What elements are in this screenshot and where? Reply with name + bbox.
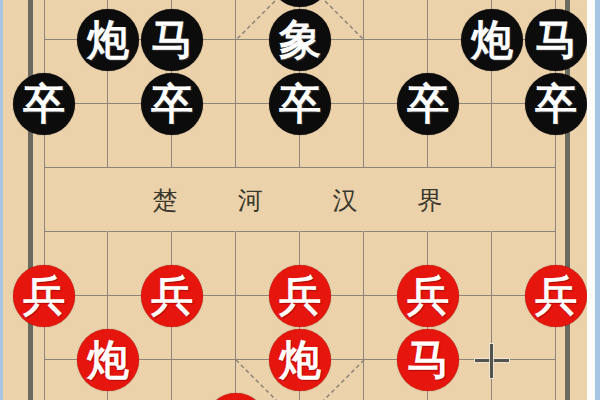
piece-炮-e8[interactable]: 炮 bbox=[269, 329, 331, 391]
piece-炮-b8[interactable]: 炮 bbox=[77, 329, 139, 391]
window-edge-right-blue bbox=[595, 0, 600, 400]
window-edge-right-white bbox=[587, 0, 595, 400]
piece-卒-e4[interactable]: 卒 bbox=[269, 73, 331, 135]
crosshair-cursor bbox=[474, 343, 510, 379]
crosshair-vertical bbox=[490, 344, 493, 378]
piece-象-e3[interactable]: 象 bbox=[269, 9, 331, 71]
window-edge-left bbox=[0, 0, 3, 400]
piece-卒-i4[interactable]: 卒 bbox=[525, 73, 587, 135]
piece-兵-g7[interactable]: 兵 bbox=[397, 265, 459, 327]
piece-卒-g4[interactable]: 卒 bbox=[397, 73, 459, 135]
piece-卒-a4[interactable]: 卒 bbox=[13, 73, 75, 135]
piece-马-g8[interactable]: 马 bbox=[397, 329, 459, 391]
piece-炮-h3[interactable]: 炮 bbox=[461, 9, 523, 71]
xiangqi-board[interactable]: 楚 河 汉 界 炮马象炮马卒卒卒卒卒兵兵兵兵兵炮炮马 bbox=[0, 0, 600, 400]
piece-马-i3[interactable]: 马 bbox=[525, 9, 587, 71]
piece-兵-c7[interactable]: 兵 bbox=[141, 265, 203, 327]
piece-卒-c4[interactable]: 卒 bbox=[141, 73, 203, 135]
piece-兵-i7[interactable]: 兵 bbox=[525, 265, 587, 327]
pieces-layer: 炮马象炮马卒卒卒卒卒兵兵兵兵兵炮炮马 bbox=[0, 0, 600, 400]
piece-unknown-d9[interactable] bbox=[205, 393, 267, 400]
piece-炮-b3[interactable]: 炮 bbox=[77, 9, 139, 71]
piece-unknown-e2[interactable] bbox=[269, 0, 331, 7]
piece-马-c3[interactable]: 马 bbox=[141, 9, 203, 71]
piece-兵-a7[interactable]: 兵 bbox=[13, 265, 75, 327]
piece-兵-e7[interactable]: 兵 bbox=[269, 265, 331, 327]
